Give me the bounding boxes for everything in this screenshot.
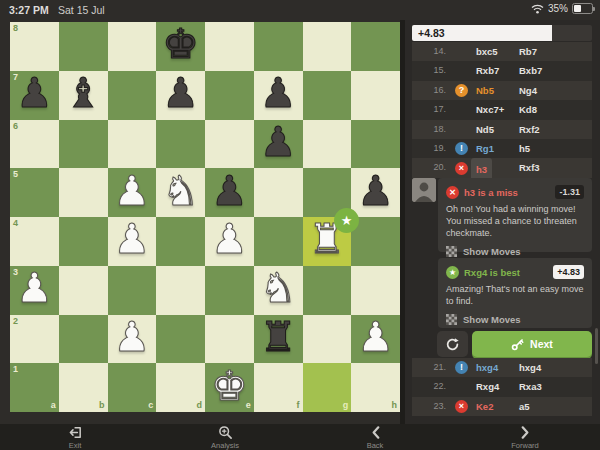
square-a1[interactable]: 1a [10,363,59,412]
square-h7[interactable] [351,71,400,120]
square-h6[interactable] [351,120,400,169]
black-pawn[interactable]: ♟ [16,73,53,114]
bottom-navigation-bar: Exit Analysis Back Forward [0,424,600,450]
white-move[interactable]: Nb5 [476,81,494,100]
miss-feedback-card: × h3 is a miss -1.31 Oh no! You had a wi… [438,178,592,252]
square-h5[interactable]: ♟ [351,168,400,217]
black-pawn[interactable]: ♟ [211,171,248,212]
square-d2[interactable] [156,315,205,364]
black-bishop[interactable]: ♝ [65,73,102,114]
rank-label-2: 2 [13,317,18,326]
show-moves-label: Show Moves [463,314,521,325]
move-row-15: 15.Rxb7Bxb7 [412,61,592,80]
square-b5[interactable] [59,168,108,217]
move-number: 22. [412,377,446,396]
square-g7[interactable] [303,71,352,120]
square-f7[interactable]: ♟ [254,71,303,120]
move-number: 18. [412,120,446,139]
square-c3[interactable] [108,266,157,315]
black-move[interactable]: Ng4 [519,81,537,100]
best-move-card: ★ Rxg4 is best +4.83 Amazing! That's not… [438,258,592,328]
square-e3[interactable] [205,266,254,315]
square-a5[interactable]: 5 [10,168,59,217]
show-moves-button-best[interactable]: Show Moves [446,314,584,325]
rank-label-4: 4 [13,219,18,228]
battery-icon [572,3,593,14]
square-d8[interactable]: ♚ [156,22,205,71]
square-d3[interactable] [156,266,205,315]
status-bar: 3:27 PM Sat 15 Jul 35% [0,0,600,20]
black-move[interactable]: Bxb7 [519,61,542,80]
analysis-panel: +4.83 14.bxc5Rb715.Rxb7Bxb716.?Nb5Ng417.… [405,20,600,424]
scrollbar-thumb[interactable] [595,328,598,364]
square-f6[interactable]: ♟ [254,120,303,169]
square-a4[interactable]: 4 [10,217,59,266]
square-f4[interactable] [254,217,303,266]
square-e7[interactable] [205,71,254,120]
white-knight[interactable]: ♞ [260,268,297,309]
best-eval-badge: +4.83 [553,265,584,279]
square-e5[interactable]: ♟ [205,168,254,217]
user-avatar [412,178,436,202]
square-b1[interactable]: b [59,363,108,412]
square-f5[interactable] [254,168,303,217]
move-row-16: 16.?Nb5Ng4 [412,81,592,100]
exit-label: Exit [69,441,82,450]
black-rook[interactable]: ♜ [260,317,297,358]
move-row-21: 21.!hxg4hxg4 [412,358,592,377]
square-f8[interactable] [254,22,303,71]
square-c1[interactable]: c [108,363,157,412]
square-e8[interactable] [205,22,254,71]
square-b7[interactable]: ♝ [59,71,108,120]
black-pawn[interactable]: ♟ [260,73,297,114]
move-row-17: 17.Nxc7+Kd8 [412,100,592,119]
best-card-text: Amazing! That's not an easy move to find… [446,284,584,308]
square-f2[interactable]: ♜ [254,315,303,364]
exit-button[interactable]: Exit [0,424,150,450]
square-b8[interactable] [59,22,108,71]
square-b6[interactable] [59,120,108,169]
move-number: 16. [412,81,446,100]
analysis-button[interactable]: Analysis [150,424,300,450]
white-move[interactable]: bxc5 [476,42,498,61]
mini-board-icon [446,246,457,257]
chess-board[interactable]: 8♚7♟♝♟♟6♟5♟♞♟♟4♟♟♜3♟♞2♟♜♟1abcde♚fgh★ [10,22,400,412]
retry-button[interactable] [437,331,468,357]
square-e2[interactable] [205,315,254,364]
square-c4[interactable]: ♟ [108,217,157,266]
back-button[interactable]: Back [300,424,450,450]
white-pawn[interactable]: ♟ [211,219,248,260]
white-pawn[interactable]: ♟ [113,219,150,260]
square-d4[interactable] [156,217,205,266]
move-number: 23. [412,397,446,416]
back-label: Back [367,441,384,450]
black-king[interactable]: ♚ [162,24,199,65]
person-silhouette-icon [412,178,436,202]
file-label-h: h [392,401,398,410]
black-move[interactable]: Rxf2 [519,120,540,139]
next-button[interactable]: Next [472,331,592,357]
square-g3[interactable] [303,266,352,315]
square-g2[interactable] [303,315,352,364]
miss-card-title: h3 is a miss [464,187,518,198]
miss-eval-badge: -1.31 [555,185,584,199]
square-d6[interactable] [156,120,205,169]
white-knight[interactable]: ♞ [162,171,199,212]
chevron-left-icon [369,425,382,440]
white-move[interactable]: Rxg4 [476,377,499,396]
best-move-star-icon: ★ [446,266,459,279]
clock-time: 3:27 PM [9,4,49,16]
rank-label-6: 6 [13,122,18,131]
move-number: 14. [412,42,446,61]
white-move[interactable]: Rxb7 [476,61,499,80]
move-row-19: 19.!Rg1h5 [412,139,592,158]
square-a2[interactable]: 2 [10,315,59,364]
black-pawn[interactable]: ♟ [162,73,199,114]
white-pawn[interactable]: ♟ [16,268,53,309]
square-g1[interactable]: g [303,363,352,412]
square-e4[interactable]: ♟ [205,217,254,266]
square-b3[interactable] [59,266,108,315]
square-e6[interactable] [205,120,254,169]
great-move-icon: ! [455,361,468,374]
white-move[interactable]: hxg4 [476,358,498,377]
white-move[interactable]: Ke2 [476,397,493,416]
square-d5[interactable]: ♞ [156,168,205,217]
black-move[interactable]: h5 [519,139,530,158]
miss-move-icon: × [455,162,468,175]
move-number: 20. [412,158,446,177]
square-g6[interactable] [303,120,352,169]
move-list-bottom: 21.!hxg4hxg422.Rxg4Rxa323.×Ke2a5 [412,358,592,416]
square-d1[interactable]: d [156,363,205,412]
square-b4[interactable] [59,217,108,266]
evaluation-bar: +4.83 [412,25,592,41]
rank-label-5: 5 [13,170,18,179]
square-a3[interactable]: 3♟ [10,266,59,315]
chess-analysis-screen: 3:27 PM Sat 15 Jul 35% 8♚7♟♝♟♟6♟5♟♞♟♟4♟♟… [0,0,600,450]
square-h8[interactable] [351,22,400,71]
great-move-icon: ! [455,142,468,155]
black-pawn[interactable]: ♟ [260,122,297,163]
miss-move-icon: × [455,400,468,413]
wifi-icon [531,4,544,14]
evaluation-value: +4.83 [418,25,445,41]
square-d7[interactable]: ♟ [156,71,205,120]
move-list-top: 14.bxc5Rb715.Rxb7Bxb716.?Nb5Ng417.Nxc7+K… [412,42,592,178]
forward-button[interactable]: Forward [450,424,600,450]
white-pawn[interactable]: ♟ [357,317,394,358]
mistake-move-icon: ? [455,84,468,97]
square-c7[interactable] [108,71,157,120]
show-moves-label: Show Moves [463,246,521,257]
move-row-20: 20.×h3Rxf3 [412,158,592,177]
white-move[interactable]: Nd5 [476,120,494,139]
analysis-magnifier-icon [218,425,233,440]
black-move[interactable]: Kd8 [519,100,537,119]
square-b2[interactable] [59,315,108,364]
miss-icon: × [446,186,459,199]
black-move[interactable]: Rb7 [519,42,537,61]
square-h1[interactable]: h [351,363,400,412]
file-label-f: f [297,401,300,410]
file-label-c: c [148,401,153,410]
black-move[interactable]: Rxf3 [519,158,540,177]
show-moves-button-miss[interactable]: Show Moves [446,246,584,257]
file-label-b: b [99,401,105,410]
white-pawn[interactable]: ♟ [113,317,150,358]
square-c8[interactable] [108,22,157,71]
white-pawn[interactable]: ♟ [113,171,150,212]
next-button-label: Next [530,338,553,350]
move-number: 19. [412,139,446,158]
forward-label: Forward [511,441,539,450]
rank-label-1: 1 [13,365,18,374]
square-f3[interactable]: ♞ [254,266,303,315]
best-move-star-badge: ★ [334,208,359,233]
analysis-label: Analysis [211,441,239,450]
exit-door-icon [68,425,83,440]
move-row-18: 18.Nd5Rxf2 [412,120,592,139]
move-row-23: 23.×Ke2a5 [412,397,592,416]
white-king[interactable]: ♚ [211,366,248,407]
square-f1[interactable]: f [254,363,303,412]
move-row-22: 22.Rxg4Rxa3 [412,377,592,396]
black-move[interactable]: a5 [519,397,530,416]
move-number: 21. [412,358,446,377]
clock-date: Sat 15 Jul [58,4,105,16]
best-card-title: Rxg4 is best [464,267,520,278]
move-number: 15. [412,61,446,80]
square-c5[interactable]: ♟ [108,168,157,217]
white-move[interactable]: Rg1 [476,139,494,158]
square-h2[interactable]: ♟ [351,315,400,364]
file-label-d: d [197,401,203,410]
white-move[interactable]: Nxc7+ [476,100,504,119]
chevron-right-icon [519,425,532,440]
black-pawn[interactable]: ♟ [357,171,394,212]
square-c2[interactable]: ♟ [108,315,157,364]
key-icon [511,338,524,351]
square-h3[interactable] [351,266,400,315]
black-move[interactable]: Rxa3 [519,377,542,396]
square-h4[interactable] [351,217,400,266]
square-a8[interactable]: 8 [10,22,59,71]
square-a6[interactable]: 6 [10,120,59,169]
mini-board-icon [446,314,457,325]
battery-percentage: 35% [548,3,568,14]
file-label-g: g [343,401,349,410]
miss-card-text: Oh no! You had a winning move! You misse… [446,204,584,240]
refresh-icon [445,337,460,352]
move-row-14: 14.bxc5Rb7 [412,42,592,61]
rank-label-8: 8 [13,24,18,33]
black-move[interactable]: hxg4 [519,358,541,377]
square-g8[interactable] [303,22,352,71]
square-c6[interactable] [108,120,157,169]
square-e1[interactable]: e♚ [205,363,254,412]
move-number: 17. [412,100,446,119]
square-a7[interactable]: 7♟ [10,71,59,120]
file-label-a: a [51,401,56,410]
